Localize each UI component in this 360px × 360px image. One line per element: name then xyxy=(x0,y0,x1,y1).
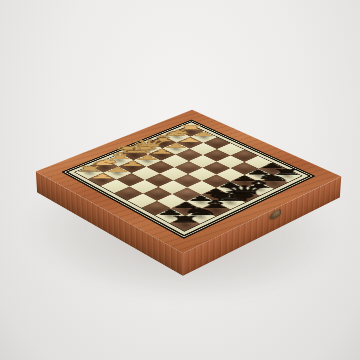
chess-set-photo: ♜♟♟♜♞♟♟♞♝♟♟♝♛♟♟♛♚♟♟♚♝♟♟♝♞♟♟♞♜♟♟♜ xyxy=(0,0,360,360)
black-knight[interactable]: ♞ xyxy=(175,174,226,219)
white-pawn[interactable]: ♟ xyxy=(93,143,141,174)
